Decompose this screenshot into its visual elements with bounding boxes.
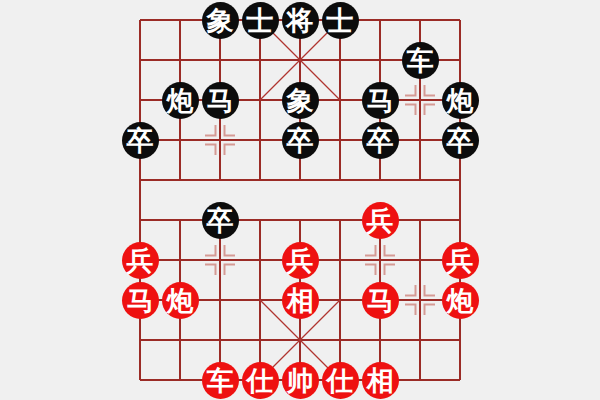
black-soldier[interactable]: 卒 (442, 122, 479, 159)
black-elephant[interactable]: 象 (282, 82, 319, 119)
red-cannon[interactable]: 炮 (162, 282, 199, 319)
red-advisor[interactable]: 仕 (322, 362, 359, 399)
black-horse[interactable]: 马 (362, 82, 399, 119)
red-soldier[interactable]: 兵 (362, 202, 399, 239)
red-soldier[interactable]: 兵 (442, 242, 479, 279)
red-horse[interactable]: 马 (362, 282, 399, 319)
red-cannon[interactable]: 炮 (442, 282, 479, 319)
red-advisor[interactable]: 仕 (242, 362, 279, 399)
red-chariot[interactable]: 车 (202, 362, 239, 399)
xiangqi-app: 象士将士车炮马象马炮卒卒卒卒卒兵兵兵兵马炮相马炮车仕帅仕相 (0, 0, 600, 400)
black-chariot[interactable]: 车 (402, 42, 439, 79)
black-advisor[interactable]: 士 (242, 2, 279, 39)
black-cannon[interactable]: 炮 (162, 82, 199, 119)
black-general[interactable]: 将 (282, 2, 319, 39)
black-cannon[interactable]: 炮 (442, 82, 479, 119)
black-elephant[interactable]: 象 (202, 2, 239, 39)
black-soldier[interactable]: 卒 (362, 122, 399, 159)
black-soldier[interactable]: 卒 (282, 122, 319, 159)
red-soldier[interactable]: 兵 (122, 242, 159, 279)
red-elephant[interactable]: 相 (282, 282, 319, 319)
red-horse[interactable]: 马 (122, 282, 159, 319)
red-soldier[interactable]: 兵 (282, 242, 319, 279)
red-elephant[interactable]: 相 (362, 362, 399, 399)
red-general[interactable]: 帅 (282, 362, 319, 399)
black-soldier[interactable]: 卒 (122, 122, 159, 159)
black-soldier[interactable]: 卒 (202, 202, 239, 239)
black-advisor[interactable]: 士 (322, 2, 359, 39)
black-horse[interactable]: 马 (202, 82, 239, 119)
pieces-layer: 象士将士车炮马象马炮卒卒卒卒卒兵兵兵兵马炮相马炮车仕帅仕相 (0, 0, 600, 400)
